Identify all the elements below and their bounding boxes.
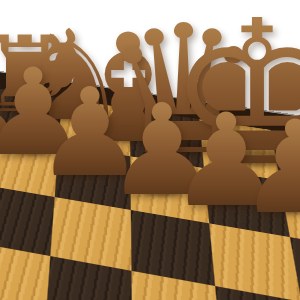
chess-set-photo: ♜♞♝♟♛♟♚♟♟♟♟ bbox=[0, 0, 300, 300]
chess-piece-pawn: ♟ bbox=[238, 104, 300, 232]
pawn-glyph: ♟ bbox=[238, 93, 300, 242]
